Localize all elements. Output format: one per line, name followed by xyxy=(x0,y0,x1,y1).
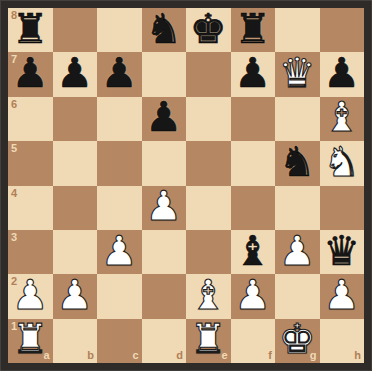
chess-board: ♜8♞♚♜♟7♟♟♟♛♟6♟♝5♞♞4♟3♟♝♟♛♟2♟♝♟♟♜1abcd♜ef… xyxy=(8,8,364,363)
piece-white-knight[interactable]: ♞ xyxy=(323,142,360,183)
square-b1[interactable]: b xyxy=(53,319,98,363)
piece-black-pawn[interactable]: ♟ xyxy=(323,53,360,94)
square-c6[interactable] xyxy=(97,97,142,141)
square-d1[interactable]: d xyxy=(142,319,187,363)
square-h3[interactable]: ♛ xyxy=(320,230,365,274)
piece-black-pawn[interactable]: ♟ xyxy=(56,53,93,94)
square-d6[interactable]: ♟ xyxy=(142,97,187,141)
file-label-f: f xyxy=(268,350,272,361)
piece-white-pawn[interactable]: ♟ xyxy=(145,186,182,227)
piece-white-pawn[interactable]: ♟ xyxy=(101,231,138,272)
square-e3[interactable] xyxy=(186,230,231,274)
square-g6[interactable] xyxy=(275,97,320,141)
square-g5[interactable]: ♞ xyxy=(275,141,320,185)
square-e5[interactable] xyxy=(186,141,231,185)
file-label-c: c xyxy=(132,350,138,361)
square-b8[interactable] xyxy=(53,8,98,52)
square-h8[interactable] xyxy=(320,8,365,52)
piece-white-pawn[interactable]: ♟ xyxy=(323,275,360,316)
square-a1[interactable]: ♜1a xyxy=(8,319,53,363)
square-a5[interactable]: 5 xyxy=(8,141,53,185)
square-a2[interactable]: ♟2 xyxy=(8,274,53,318)
square-h6[interactable]: ♝ xyxy=(320,97,365,141)
piece-black-pawn[interactable]: ♟ xyxy=(101,53,138,94)
piece-black-rook[interactable]: ♜ xyxy=(234,9,271,50)
square-d2[interactable] xyxy=(142,274,187,318)
square-c3[interactable]: ♟ xyxy=(97,230,142,274)
rank-label-3: 3 xyxy=(11,232,17,243)
square-g7[interactable]: ♛ xyxy=(275,52,320,96)
square-g8[interactable] xyxy=(275,8,320,52)
square-h4[interactable] xyxy=(320,186,365,230)
piece-white-bishop[interactable]: ♝ xyxy=(323,97,360,138)
square-f1[interactable]: f xyxy=(231,319,276,363)
square-c8[interactable] xyxy=(97,8,142,52)
piece-black-pawn[interactable]: ♟ xyxy=(234,53,271,94)
piece-black-rook[interactable]: ♜ xyxy=(12,9,49,50)
square-f2[interactable]: ♟ xyxy=(231,274,276,318)
piece-white-king[interactable]: ♚ xyxy=(279,319,316,360)
square-b3[interactable] xyxy=(53,230,98,274)
square-h5[interactable]: ♞ xyxy=(320,141,365,185)
file-label-d: d xyxy=(176,350,183,361)
piece-white-rook[interactable]: ♜ xyxy=(190,319,227,360)
piece-white-pawn[interactable]: ♟ xyxy=(234,275,271,316)
piece-black-queen[interactable]: ♛ xyxy=(323,231,360,272)
piece-white-rook[interactable]: ♜ xyxy=(12,319,49,360)
square-f8[interactable]: ♜ xyxy=(231,8,276,52)
square-e6[interactable] xyxy=(186,97,231,141)
square-f5[interactable] xyxy=(231,141,276,185)
square-c1[interactable]: c xyxy=(97,319,142,363)
square-b5[interactable] xyxy=(53,141,98,185)
square-b4[interactable] xyxy=(53,186,98,230)
piece-black-pawn[interactable]: ♟ xyxy=(12,53,49,94)
square-a8[interactable]: ♜8 xyxy=(8,8,53,52)
rank-label-5: 5 xyxy=(11,143,17,154)
square-h2[interactable]: ♟ xyxy=(320,274,365,318)
square-h1[interactable]: h xyxy=(320,319,365,363)
square-e1[interactable]: ♜e xyxy=(186,319,231,363)
square-f6[interactable] xyxy=(231,97,276,141)
square-c5[interactable] xyxy=(97,141,142,185)
square-f4[interactable] xyxy=(231,186,276,230)
square-b2[interactable]: ♟ xyxy=(53,274,98,318)
square-c4[interactable] xyxy=(97,186,142,230)
square-d7[interactable] xyxy=(142,52,187,96)
square-a6[interactable]: 6 xyxy=(8,97,53,141)
square-g3[interactable]: ♟ xyxy=(275,230,320,274)
square-e4[interactable] xyxy=(186,186,231,230)
piece-black-pawn[interactable]: ♟ xyxy=(145,97,182,138)
square-h7[interactable]: ♟ xyxy=(320,52,365,96)
piece-white-pawn[interactable]: ♟ xyxy=(56,275,93,316)
square-a4[interactable]: 4 xyxy=(8,186,53,230)
piece-white-pawn[interactable]: ♟ xyxy=(12,275,49,316)
square-d3[interactable] xyxy=(142,230,187,274)
square-b7[interactable]: ♟ xyxy=(53,52,98,96)
square-e2[interactable]: ♝ xyxy=(186,274,231,318)
square-a3[interactable]: 3 xyxy=(8,230,53,274)
square-d5[interactable] xyxy=(142,141,187,185)
piece-white-bishop[interactable]: ♝ xyxy=(190,275,227,316)
square-f7[interactable]: ♟ xyxy=(231,52,276,96)
piece-black-bishop[interactable]: ♝ xyxy=(234,231,271,272)
piece-black-knight[interactable]: ♞ xyxy=(145,9,182,50)
piece-white-pawn[interactable]: ♟ xyxy=(279,231,316,272)
square-e7[interactable] xyxy=(186,52,231,96)
square-d8[interactable]: ♞ xyxy=(142,8,187,52)
rank-label-6: 6 xyxy=(11,99,17,110)
square-g4[interactable] xyxy=(275,186,320,230)
file-label-b: b xyxy=(87,350,94,361)
square-f3[interactable]: ♝ xyxy=(231,230,276,274)
file-label-h: h xyxy=(354,350,361,361)
square-d4[interactable]: ♟ xyxy=(142,186,187,230)
square-c7[interactable]: ♟ xyxy=(97,52,142,96)
square-g2[interactable] xyxy=(275,274,320,318)
square-e8[interactable]: ♚ xyxy=(186,8,231,52)
piece-white-queen[interactable]: ♛ xyxy=(279,53,316,94)
piece-black-knight[interactable]: ♞ xyxy=(279,142,316,183)
square-a7[interactable]: ♟7 xyxy=(8,52,53,96)
square-b6[interactable] xyxy=(53,97,98,141)
rank-label-4: 4 xyxy=(11,188,17,199)
board-frame: ♜8♞♚♜♟7♟♟♟♛♟6♟♝5♞♞4♟3♟♝♟♛♟2♟♝♟♟♜1abcd♜ef… xyxy=(0,0,372,371)
piece-black-king[interactable]: ♚ xyxy=(190,9,227,50)
square-c2[interactable] xyxy=(97,274,142,318)
square-g1[interactable]: ♚g xyxy=(275,319,320,363)
